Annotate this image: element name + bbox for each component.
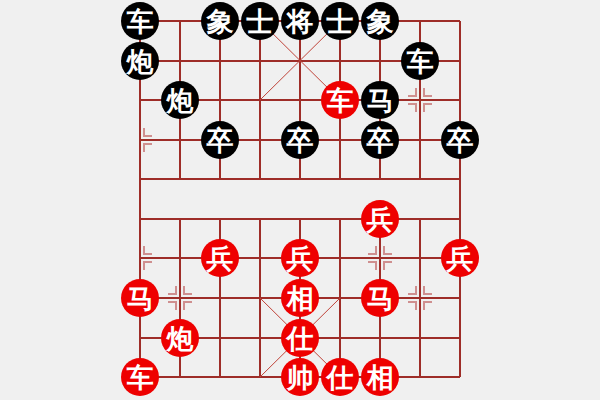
piece-red-king[interactable]: 帅 [281,358,319,396]
piece-red-chariot[interactable]: 车 [321,81,359,119]
piece-red-horse[interactable]: 马 [121,279,159,317]
piece-black-cannon[interactable]: 炮 [161,81,199,119]
piece-red-chariot[interactable]: 车 [121,358,159,396]
piece-black-chariot[interactable]: 车 [401,42,439,80]
piece-black-pawn[interactable]: 卒 [201,121,239,159]
xiangqi-board: 车兵兵兵兵马相马炮仕车帅仕相车象士将士象炮车炮马卒卒卒卒 [0,0,600,400]
piece-red-pawn[interactable]: 兵 [441,239,479,277]
piece-black-elephant[interactable]: 象 [201,2,239,40]
piece-red-pawn[interactable]: 兵 [361,200,399,238]
piece-black-pawn[interactable]: 卒 [281,121,319,159]
piece-red-advisor[interactable]: 仕 [321,358,359,396]
piece-red-pawn[interactable]: 兵 [201,239,239,277]
piece-red-advisor[interactable]: 仕 [281,319,319,357]
piece-black-advisor[interactable]: 士 [241,2,279,40]
piece-red-pawn[interactable]: 兵 [281,239,319,277]
piece-red-cannon[interactable]: 炮 [161,319,199,357]
piece-red-elephant[interactable]: 相 [361,358,399,396]
piece-black-elephant[interactable]: 象 [361,2,399,40]
piece-black-cannon[interactable]: 炮 [121,42,159,80]
piece-black-horse[interactable]: 马 [361,81,399,119]
piece-black-pawn[interactable]: 卒 [361,121,399,159]
piece-red-horse[interactable]: 马 [361,279,399,317]
piece-black-advisor[interactable]: 士 [321,2,359,40]
pieces-layer: 车兵兵兵兵马相马炮仕车帅仕相车象士将士象炮车炮马卒卒卒卒 [0,0,600,400]
piece-black-king[interactable]: 将 [281,2,319,40]
piece-red-elephant[interactable]: 相 [281,279,319,317]
piece-black-chariot[interactable]: 车 [121,2,159,40]
piece-black-pawn[interactable]: 卒 [441,121,479,159]
